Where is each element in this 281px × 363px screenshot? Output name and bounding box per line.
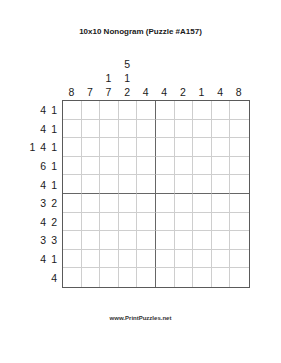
- grid-cell[interactable]: [100, 138, 119, 157]
- column-clue-number: 4: [143, 85, 149, 99]
- grid-cell[interactable]: [175, 231, 194, 250]
- grid-cell[interactable]: [137, 231, 156, 250]
- grid-cell[interactable]: [137, 250, 156, 269]
- column-clue-number: 1: [199, 85, 205, 99]
- column-clues: 8717512442148: [62, 56, 250, 100]
- column-clue-number: 7: [106, 85, 112, 99]
- grid-cell[interactable]: [175, 138, 194, 157]
- grid-cell[interactable]: [156, 213, 175, 232]
- grid-cell[interactable]: [119, 157, 138, 176]
- grid-cell[interactable]: [193, 268, 212, 287]
- column-clue: 7: [81, 56, 100, 100]
- row-clue-number: 1: [51, 141, 57, 153]
- grid-cell[interactable]: [82, 101, 101, 120]
- grid-cell[interactable]: [82, 250, 101, 269]
- column-clue: 4: [136, 56, 155, 100]
- grid-cell[interactable]: [230, 194, 249, 213]
- grid-cell[interactable]: [212, 231, 231, 250]
- row-clue-number: 4: [51, 272, 57, 284]
- column-clue: 17: [99, 56, 118, 100]
- board-corner: [0, 56, 62, 100]
- grid-cell[interactable]: [156, 268, 175, 287]
- column-clue-number: 7: [87, 85, 93, 99]
- grid-cell[interactable]: [156, 138, 175, 157]
- grid-cell[interactable]: [212, 250, 231, 269]
- row-clues: 41411416141324233414: [0, 101, 62, 288]
- row-clue: 4: [0, 268, 62, 287]
- row-clue: 41: [0, 101, 62, 120]
- grid-cell[interactable]: [212, 268, 231, 287]
- grid-cell[interactable]: [156, 157, 175, 176]
- grid-cell[interactable]: [100, 101, 119, 120]
- grid-cell[interactable]: [100, 213, 119, 232]
- board: 8717512442148 41411416141324233414: [0, 56, 250, 288]
- grid-cell[interactable]: [63, 231, 82, 250]
- page: 10x10 Nonogram (Puzzle #A157) 8717512442…: [0, 0, 281, 363]
- column-clue: 4: [211, 56, 230, 100]
- grid-cell[interactable]: [212, 175, 231, 194]
- column-clue-number: 5: [124, 57, 130, 71]
- grid-cell[interactable]: [82, 157, 101, 176]
- grid-cell[interactable]: [156, 250, 175, 269]
- row-clue: 32: [0, 194, 62, 213]
- grid-cell[interactable]: [230, 138, 249, 157]
- grid-cell[interactable]: [137, 175, 156, 194]
- grid-cell[interactable]: [119, 120, 138, 139]
- grid-cell[interactable]: [82, 213, 101, 232]
- grid-cell[interactable]: [193, 175, 212, 194]
- grid-cell[interactable]: [230, 213, 249, 232]
- row-clue-number: 2: [51, 216, 57, 228]
- row-clue: 41: [0, 120, 62, 139]
- grid-cell[interactable]: [156, 175, 175, 194]
- row-clue-number: 1: [29, 141, 35, 153]
- row-clue-number: 3: [40, 197, 46, 209]
- grid-cell[interactable]: [119, 268, 138, 287]
- grid-cell[interactable]: [82, 175, 101, 194]
- column-clue-number: 1: [124, 71, 130, 85]
- grid-cell[interactable]: [82, 231, 101, 250]
- row-clue-number: 4: [40, 216, 46, 228]
- row-clue: 61: [0, 157, 62, 176]
- grid-cell[interactable]: [100, 231, 119, 250]
- row-clue-number: 1: [51, 123, 57, 135]
- grid-cell[interactable]: [63, 157, 82, 176]
- row-clue-number: 4: [40, 104, 46, 116]
- row-clue: 33: [0, 231, 62, 250]
- row-clue: 41: [0, 250, 62, 269]
- column-clue-number: 8: [236, 85, 242, 99]
- grid-cell[interactable]: [193, 138, 212, 157]
- row-clue-number: 4: [40, 123, 46, 135]
- column-clue: 4: [155, 56, 174, 100]
- grid-cell[interactable]: [212, 194, 231, 213]
- grid-cell[interactable]: [230, 231, 249, 250]
- grid-cell[interactable]: [63, 250, 82, 269]
- grid-cell[interactable]: [63, 101, 82, 120]
- grid-cell[interactable]: [137, 120, 156, 139]
- row-clue: 42: [0, 213, 62, 232]
- grid-cell[interactable]: [63, 194, 82, 213]
- grid-cell[interactable]: [119, 175, 138, 194]
- grid-cell[interactable]: [100, 175, 119, 194]
- grid-cell[interactable]: [119, 101, 138, 120]
- grid-cell[interactable]: [230, 175, 249, 194]
- grid-cell[interactable]: [82, 194, 101, 213]
- column-clue: 512: [118, 56, 137, 100]
- grid-cell[interactable]: [82, 138, 101, 157]
- grid-cell[interactable]: [100, 250, 119, 269]
- grid-cell[interactable]: [175, 194, 194, 213]
- grid-cell[interactable]: [175, 250, 194, 269]
- grid-cell[interactable]: [119, 194, 138, 213]
- puzzle-grid: [62, 100, 250, 288]
- column-clue: 8: [229, 56, 248, 100]
- column-clue-number: 8: [68, 85, 74, 99]
- column-clue: 2: [174, 56, 193, 100]
- column-clue: 8: [62, 56, 81, 100]
- row-clue-number: 4: [40, 253, 46, 265]
- grid-cell[interactable]: [137, 101, 156, 120]
- grid-cell[interactable]: [193, 250, 212, 269]
- grid-cell[interactable]: [175, 101, 194, 120]
- grid-cell[interactable]: [119, 250, 138, 269]
- grid-cell[interactable]: [100, 194, 119, 213]
- grid-cell[interactable]: [119, 138, 138, 157]
- footer-url: www.PrintPuzzles.net: [0, 315, 281, 321]
- grid-cell[interactable]: [156, 231, 175, 250]
- grid-cell[interactable]: [100, 157, 119, 176]
- grid-cell[interactable]: [212, 157, 231, 176]
- grid-cell[interactable]: [175, 213, 194, 232]
- grid-cell[interactable]: [230, 101, 249, 120]
- row-clue-number: 1: [51, 104, 57, 116]
- grid-cell[interactable]: [230, 120, 249, 139]
- grid-cell[interactable]: [63, 138, 82, 157]
- grid-cell[interactable]: [156, 194, 175, 213]
- grid-cell[interactable]: [230, 268, 249, 287]
- grid-cell[interactable]: [100, 120, 119, 139]
- row-clue-number: 1: [51, 253, 57, 265]
- grid-cell[interactable]: [137, 138, 156, 157]
- grid-cell[interactable]: [193, 157, 212, 176]
- column-clue-number: 1: [106, 71, 112, 85]
- row-clue-number: 1: [51, 179, 57, 191]
- grid-cell[interactable]: [119, 231, 138, 250]
- row-clue-number: 6: [40, 160, 46, 172]
- grid-cell[interactable]: [63, 268, 82, 287]
- column-clue: 1: [192, 56, 211, 100]
- grid-cell[interactable]: [63, 175, 82, 194]
- grid-cell[interactable]: [193, 213, 212, 232]
- column-clue-number: 2: [124, 85, 130, 99]
- grid-cell[interactable]: [175, 268, 194, 287]
- puzzle-title: 10x10 Nonogram (Puzzle #A157): [0, 27, 281, 36]
- grid-cell[interactable]: [193, 101, 212, 120]
- row-clue-number: 1: [51, 160, 57, 172]
- row-clue: 141: [0, 138, 62, 157]
- grid-cell[interactable]: [137, 157, 156, 176]
- grid-cell[interactable]: [212, 120, 231, 139]
- row-clue-number: 3: [40, 234, 46, 246]
- grid-cell[interactable]: [156, 120, 175, 139]
- row-clue-number: 4: [40, 179, 46, 191]
- row-clue: 41: [0, 175, 62, 194]
- grid-cell[interactable]: [137, 213, 156, 232]
- grid-cell[interactable]: [100, 268, 119, 287]
- grid-cell[interactable]: [63, 213, 82, 232]
- grid-cell[interactable]: [193, 120, 212, 139]
- row-clue-number: 2: [51, 197, 57, 209]
- grid-cell[interactable]: [193, 194, 212, 213]
- grid-cell[interactable]: [119, 213, 138, 232]
- grid-cell[interactable]: [175, 120, 194, 139]
- grid-cell[interactable]: [193, 231, 212, 250]
- grid-cell[interactable]: [175, 157, 194, 176]
- row-clue-number: 4: [40, 141, 46, 153]
- column-clue-number: 2: [180, 85, 186, 99]
- grid-cell[interactable]: [156, 101, 175, 120]
- grid-cell[interactable]: [137, 268, 156, 287]
- row-clue-number: 3: [51, 234, 57, 246]
- grid-cell[interactable]: [212, 101, 231, 120]
- grid-cell[interactable]: [212, 138, 231, 157]
- grid-cell[interactable]: [230, 157, 249, 176]
- grid-cell[interactable]: [137, 194, 156, 213]
- grid-cell[interactable]: [63, 120, 82, 139]
- grid-cell[interactable]: [230, 250, 249, 269]
- grid-cell[interactable]: [212, 213, 231, 232]
- grid-cell[interactable]: [175, 175, 194, 194]
- grid-cell[interactable]: [82, 268, 101, 287]
- grid-cell[interactable]: [82, 120, 101, 139]
- column-clue-number: 4: [217, 85, 223, 99]
- column-clue-number: 4: [161, 85, 167, 99]
